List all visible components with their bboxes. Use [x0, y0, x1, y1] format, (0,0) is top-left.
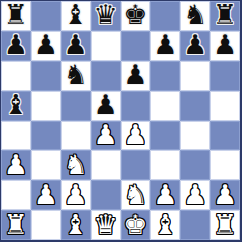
piece-white-knight[interactable]: ♞	[123, 181, 147, 208]
square-h5[interactable]	[210, 91, 240, 121]
piece-white-king[interactable]: ♚	[123, 211, 147, 238]
square-h3[interactable]	[210, 150, 240, 180]
square-g5[interactable]	[180, 91, 210, 121]
piece-black-pawn[interactable]: ♟	[213, 31, 237, 58]
square-h4[interactable]	[210, 121, 240, 151]
square-b1[interactable]	[31, 210, 61, 240]
square-a3[interactable]: ♟	[1, 150, 31, 180]
square-c7[interactable]: ♟	[61, 31, 91, 61]
square-e4[interactable]: ♟	[121, 121, 151, 151]
square-f2[interactable]: ♟	[150, 180, 180, 210]
square-d1[interactable]: ♛	[91, 210, 121, 240]
square-e7[interactable]	[121, 31, 151, 61]
piece-black-rook[interactable]: ♜	[4, 1, 28, 28]
square-e2[interactable]: ♞	[121, 180, 151, 210]
piece-white-pawn[interactable]: ♟	[123, 121, 147, 148]
square-a7[interactable]: ♟	[1, 31, 31, 61]
square-d5[interactable]: ♟	[91, 91, 121, 121]
piece-black-king[interactable]: ♚	[123, 1, 147, 28]
square-c6[interactable]: ♞	[61, 61, 91, 91]
square-a4[interactable]	[1, 121, 31, 151]
square-h1[interactable]: ♜	[210, 210, 240, 240]
square-b2[interactable]: ♟	[31, 180, 61, 210]
square-g1[interactable]	[180, 210, 210, 240]
piece-black-pawn[interactable]: ♟	[34, 31, 58, 58]
piece-white-pawn[interactable]: ♟	[64, 181, 88, 208]
square-h7[interactable]: ♟	[210, 31, 240, 61]
piece-white-pawn[interactable]: ♟	[4, 151, 28, 178]
square-g2[interactable]: ♟	[180, 180, 210, 210]
piece-black-pawn[interactable]: ♟	[123, 61, 147, 88]
piece-black-rook[interactable]: ♜	[213, 1, 237, 28]
square-d7[interactable]	[91, 31, 121, 61]
piece-white-bishop[interactable]: ♝	[153, 211, 177, 238]
piece-black-pawn[interactable]: ♟	[4, 31, 28, 58]
square-d2[interactable]	[91, 180, 121, 210]
square-d3[interactable]	[91, 150, 121, 180]
square-f6[interactable]	[150, 61, 180, 91]
square-b7[interactable]: ♟	[31, 31, 61, 61]
square-f1[interactable]: ♝	[150, 210, 180, 240]
square-d8[interactable]: ♛	[91, 1, 121, 31]
square-a1[interactable]: ♜	[1, 210, 31, 240]
piece-white-pawn[interactable]: ♟	[183, 181, 207, 208]
piece-white-queen[interactable]: ♛	[93, 211, 117, 238]
square-c1[interactable]: ♝	[61, 210, 91, 240]
square-a6[interactable]	[1, 61, 31, 91]
piece-black-knight[interactable]: ♞	[183, 1, 207, 28]
square-e5[interactable]	[121, 91, 151, 121]
piece-black-pawn[interactable]: ♟	[183, 31, 207, 58]
square-e3[interactable]	[121, 150, 151, 180]
piece-black-pawn[interactable]: ♟	[93, 91, 117, 118]
square-e1[interactable]: ♚	[121, 210, 151, 240]
square-d4[interactable]: ♟	[91, 121, 121, 151]
piece-white-rook[interactable]: ♜	[4, 211, 28, 238]
square-e6[interactable]: ♟	[121, 61, 151, 91]
piece-black-knight[interactable]: ♞	[64, 61, 88, 88]
square-b3[interactable]	[31, 150, 61, 180]
square-f3[interactable]	[150, 150, 180, 180]
square-a5[interactable]: ♝	[1, 91, 31, 121]
square-e8[interactable]: ♚	[121, 1, 151, 31]
piece-black-queen[interactable]: ♛	[93, 1, 117, 28]
square-g7[interactable]: ♟	[180, 31, 210, 61]
square-g8[interactable]: ♞	[180, 1, 210, 31]
square-b5[interactable]	[31, 91, 61, 121]
square-c5[interactable]	[61, 91, 91, 121]
square-f7[interactable]: ♟	[150, 31, 180, 61]
piece-white-pawn[interactable]: ♟	[153, 181, 177, 208]
square-c4[interactable]	[61, 121, 91, 151]
square-f5[interactable]	[150, 91, 180, 121]
square-c2[interactable]: ♟	[61, 180, 91, 210]
chess-board: ♜♝♛♚♞♜♟♟♟♟♟♟♞♟♝♟♟♟♟♞♟♟♞♟♟♟♜♝♛♚♝♜	[0, 0, 242, 242]
square-a8[interactable]: ♜	[1, 1, 31, 31]
piece-white-pawn[interactable]: ♟	[93, 121, 117, 148]
piece-black-pawn[interactable]: ♟	[64, 31, 88, 58]
piece-white-bishop[interactable]: ♝	[64, 211, 88, 238]
square-a2[interactable]	[1, 180, 31, 210]
square-b4[interactable]	[31, 121, 61, 151]
piece-white-rook[interactable]: ♜	[213, 211, 237, 238]
square-g4[interactable]	[180, 121, 210, 151]
square-f4[interactable]	[150, 121, 180, 151]
square-b6[interactable]	[31, 61, 61, 91]
piece-white-pawn[interactable]: ♟	[213, 181, 237, 208]
piece-black-bishop[interactable]: ♝	[64, 1, 88, 28]
square-b8[interactable]	[31, 1, 61, 31]
piece-white-knight[interactable]: ♞	[64, 151, 88, 178]
square-f8[interactable]	[150, 1, 180, 31]
square-c8[interactable]: ♝	[61, 1, 91, 31]
square-g6[interactable]	[180, 61, 210, 91]
piece-white-pawn[interactable]: ♟	[34, 181, 58, 208]
piece-black-bishop[interactable]: ♝	[4, 91, 28, 118]
square-g3[interactable]	[180, 150, 210, 180]
square-d6[interactable]	[91, 61, 121, 91]
square-h6[interactable]	[210, 61, 240, 91]
square-h8[interactable]: ♜	[210, 1, 240, 31]
square-h2[interactable]: ♟	[210, 180, 240, 210]
square-c3[interactable]: ♞	[61, 150, 91, 180]
piece-black-pawn[interactable]: ♟	[153, 31, 177, 58]
